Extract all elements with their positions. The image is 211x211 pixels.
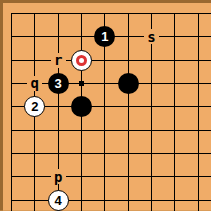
hoshi-point [79,81,84,86]
stone-number: 4 [55,194,62,207]
grid-vline [174,13,175,211]
white-stone-2: 2 [24,96,45,117]
circle-mark [76,55,87,66]
grid-hline [11,13,211,14]
stone-number: 2 [31,100,38,113]
point-label-q: q [27,76,42,91]
black-stone [71,96,92,117]
board-frame-top [0,0,211,3]
grid-hline [11,130,211,131]
grid-vline [11,13,12,211]
board-frame-bottom [0,210,211,211]
grid-hline [11,176,211,177]
grid-vline [128,13,129,211]
point-label-r: r [51,53,66,68]
point-label-s: s [144,29,159,44]
black-stone [118,73,139,94]
grid-hline [11,200,211,201]
point-label-p: p [51,169,66,184]
stone-number: 3 [55,77,62,90]
grid-vline [198,13,199,211]
black-stone-3: 3 [48,73,69,94]
go-board-diagram: srqp1324 [0,0,211,211]
black-stone-1: 1 [94,26,115,47]
stone-number: 1 [101,30,108,43]
white-stone-4: 4 [48,190,69,211]
grid-hline [11,153,211,154]
white-stone-circled [71,50,92,71]
grid-hline [11,60,211,61]
board-frame-left [0,0,3,211]
